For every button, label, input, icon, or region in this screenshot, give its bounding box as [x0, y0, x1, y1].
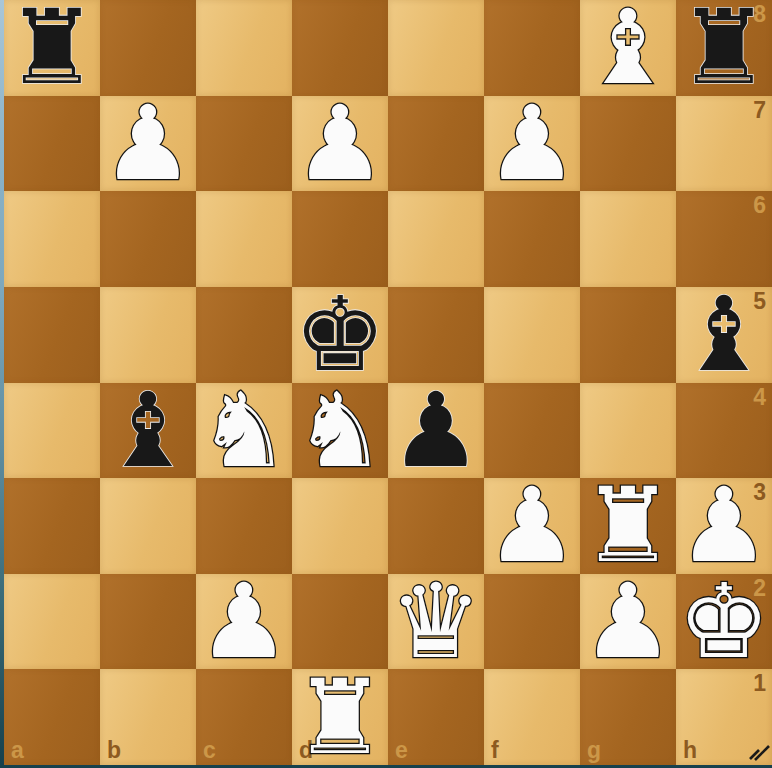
square-b4[interactable]: ♝	[100, 383, 196, 479]
square-a1[interactable]: a	[4, 669, 100, 765]
black-king-d5[interactable]: ♚	[292, 287, 388, 383]
square-g8[interactable]: ♝	[580, 0, 676, 96]
square-c3[interactable]	[196, 478, 292, 574]
white-knight-d4[interactable]: ♞	[292, 383, 388, 479]
square-h3[interactable]: 3♟	[676, 478, 772, 574]
square-e2[interactable]: ♛	[388, 574, 484, 670]
square-g2[interactable]: ♟	[580, 574, 676, 670]
chess-board: ♜♝8♜♟♟♟76♚5♝♝♞♞♟4♟♜3♟♟♛♟2♚abcd♜efg1h	[4, 0, 772, 765]
square-c5[interactable]	[196, 287, 292, 383]
square-f5[interactable]	[484, 287, 580, 383]
square-h5[interactable]: 5♝	[676, 287, 772, 383]
file-label-a: a	[11, 739, 24, 762]
square-h2[interactable]: 2♚	[676, 574, 772, 670]
file-label-c: c	[203, 739, 216, 762]
square-a8[interactable]: ♜	[4, 0, 100, 96]
square-g1[interactable]: g	[580, 669, 676, 765]
square-b7[interactable]: ♟	[100, 96, 196, 192]
square-d3[interactable]	[292, 478, 388, 574]
file-label-b: b	[107, 739, 121, 762]
file-label-g: g	[587, 739, 601, 762]
square-f1[interactable]: f	[484, 669, 580, 765]
square-c4[interactable]: ♞	[196, 383, 292, 479]
black-rook-a8[interactable]: ♜	[4, 0, 100, 96]
white-king-h2[interactable]: ♚	[676, 574, 772, 670]
white-pawn-g2[interactable]: ♟	[580, 574, 676, 670]
white-bishop-g8[interactable]: ♝	[580, 0, 676, 96]
square-d7[interactable]: ♟	[292, 96, 388, 192]
chess-app-window: ♜♝8♜♟♟♟76♚5♝♝♞♞♟4♟♜3♟♟♛♟2♚abcd♜efg1h	[0, 0, 772, 768]
white-pawn-c2[interactable]: ♟	[196, 574, 292, 670]
square-b5[interactable]	[100, 287, 196, 383]
square-a5[interactable]	[4, 287, 100, 383]
square-b2[interactable]	[100, 574, 196, 670]
square-b3[interactable]	[100, 478, 196, 574]
black-bishop-b4[interactable]: ♝	[100, 383, 196, 479]
square-e8[interactable]	[388, 0, 484, 96]
square-d4[interactable]: ♞	[292, 383, 388, 479]
square-f2[interactable]	[484, 574, 580, 670]
square-f4[interactable]	[484, 383, 580, 479]
white-pawn-f3[interactable]: ♟	[484, 478, 580, 574]
square-h7[interactable]: 7	[676, 96, 772, 192]
black-rook-h8[interactable]: ♜	[676, 0, 772, 96]
white-pawn-f7[interactable]: ♟	[484, 96, 580, 192]
square-c1[interactable]: c	[196, 669, 292, 765]
square-b6[interactable]	[100, 191, 196, 287]
square-c6[interactable]	[196, 191, 292, 287]
square-e6[interactable]	[388, 191, 484, 287]
diagonal-edit-marks-icon[interactable]	[748, 740, 770, 762]
square-e3[interactable]	[388, 478, 484, 574]
square-e7[interactable]	[388, 96, 484, 192]
white-knight-c4[interactable]: ♞	[196, 383, 292, 479]
square-f6[interactable]	[484, 191, 580, 287]
square-d8[interactable]	[292, 0, 388, 96]
square-a7[interactable]	[4, 96, 100, 192]
white-rook-g3[interactable]: ♜	[580, 478, 676, 574]
square-c7[interactable]	[196, 96, 292, 192]
square-g4[interactable]	[580, 383, 676, 479]
square-b1[interactable]: b	[100, 669, 196, 765]
square-b8[interactable]	[100, 0, 196, 96]
square-f3[interactable]: ♟	[484, 478, 580, 574]
square-e4[interactable]: ♟	[388, 383, 484, 479]
square-g3[interactable]: ♜	[580, 478, 676, 574]
file-label-f: f	[491, 739, 499, 762]
square-a3[interactable]	[4, 478, 100, 574]
white-queen-e2[interactable]: ♛	[388, 574, 484, 670]
square-c2[interactable]: ♟	[196, 574, 292, 670]
white-pawn-b7[interactable]: ♟	[100, 96, 196, 192]
square-e5[interactable]	[388, 287, 484, 383]
square-d1[interactable]: d♜	[292, 669, 388, 765]
square-f7[interactable]: ♟	[484, 96, 580, 192]
square-d6[interactable]	[292, 191, 388, 287]
square-d5[interactable]: ♚	[292, 287, 388, 383]
white-pawn-h3[interactable]: ♟	[676, 478, 772, 574]
square-c8[interactable]	[196, 0, 292, 96]
square-f8[interactable]	[484, 0, 580, 96]
square-h8[interactable]: 8♜	[676, 0, 772, 96]
square-a4[interactable]	[4, 383, 100, 479]
square-d2[interactable]	[292, 574, 388, 670]
white-pawn-d7[interactable]: ♟	[292, 96, 388, 192]
file-label-e: e	[395, 739, 408, 762]
square-e1[interactable]: e	[388, 669, 484, 765]
square-g7[interactable]	[580, 96, 676, 192]
white-rook-d1[interactable]: ♜	[292, 669, 388, 765]
square-h1[interactable]: 1h	[676, 669, 772, 765]
square-g6[interactable]	[580, 191, 676, 287]
square-a2[interactable]	[4, 574, 100, 670]
square-g5[interactable]	[580, 287, 676, 383]
file-label-h: h	[683, 739, 697, 762]
square-h6[interactable]: 6	[676, 191, 772, 287]
black-bishop-h5[interactable]: ♝	[676, 287, 772, 383]
square-h4[interactable]: 4	[676, 383, 772, 479]
black-pawn-e4[interactable]: ♟	[388, 383, 484, 479]
rank-label-6: 6	[753, 194, 766, 217]
square-a6[interactable]	[4, 191, 100, 287]
